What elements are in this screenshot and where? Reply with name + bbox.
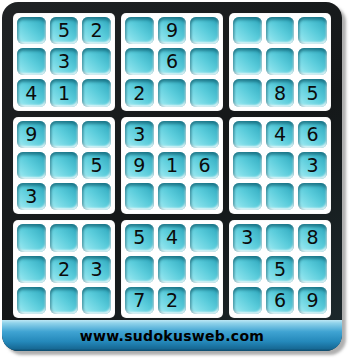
cell-r2c2[interactable]: 3 <box>50 48 79 75</box>
cell-r1c7[interactable] <box>233 17 262 44</box>
cell-r7c4[interactable]: 5 <box>125 224 154 251</box>
cell-r7c2[interactable] <box>50 224 79 251</box>
cell-r9c5[interactable]: 2 <box>158 287 187 314</box>
block-r0c0: 52341 <box>13 13 115 111</box>
cell-r2c6[interactable] <box>190 48 219 75</box>
cell-r4c1[interactable]: 9 <box>17 121 46 148</box>
cell-r6c1[interactable]: 3 <box>17 183 46 210</box>
cell-r1c9[interactable] <box>298 17 327 44</box>
cell-r8c4[interactable] <box>125 256 154 283</box>
cell-r7c8[interactable] <box>266 224 295 251</box>
cell-r2c5[interactable]: 6 <box>158 48 187 75</box>
cell-r8c3[interactable]: 3 <box>82 256 111 283</box>
cell-r4c7[interactable] <box>233 121 262 148</box>
cell-r4c3[interactable] <box>82 121 111 148</box>
cell-r3c2[interactable]: 1 <box>50 79 79 106</box>
cell-r7c1[interactable] <box>17 224 46 251</box>
cell-r3c3[interactable] <box>82 79 111 106</box>
cell-r1c8[interactable] <box>266 17 295 44</box>
cell-r2c9[interactable] <box>298 48 327 75</box>
cell-r5c9[interactable]: 3 <box>298 152 327 179</box>
cell-r9c2[interactable] <box>50 287 79 314</box>
cell-r8c2[interactable]: 2 <box>50 256 79 283</box>
cell-r5c2[interactable] <box>50 152 79 179</box>
cell-r4c2[interactable] <box>50 121 79 148</box>
cell-r3c4[interactable]: 2 <box>125 79 154 106</box>
cell-r7c7[interactable]: 3 <box>233 224 262 251</box>
cell-r1c6[interactable] <box>190 17 219 44</box>
cell-r3c8[interactable]: 8 <box>266 79 295 106</box>
block-r1c0: 953 <box>13 117 115 215</box>
cell-r9c1[interactable] <box>17 287 46 314</box>
cell-r9c4[interactable]: 7 <box>125 287 154 314</box>
cell-r3c1[interactable]: 4 <box>17 79 46 106</box>
cell-r5c1[interactable] <box>17 152 46 179</box>
cell-r7c9[interactable]: 8 <box>298 224 327 251</box>
cell-r6c5[interactable] <box>158 183 187 210</box>
cell-r9c9[interactable]: 9 <box>298 287 327 314</box>
board-frame: 5234196285953391646323547238569 www.sudo… <box>2 2 342 351</box>
footer-band: www.sudokusweb.com <box>2 320 342 351</box>
cell-r2c3[interactable] <box>82 48 111 75</box>
cell-r8c5[interactable] <box>158 256 187 283</box>
cell-r4c9[interactable]: 6 <box>298 121 327 148</box>
cell-r6c4[interactable] <box>125 183 154 210</box>
cell-r5c5[interactable]: 1 <box>158 152 187 179</box>
cell-r7c6[interactable] <box>190 224 219 251</box>
cell-r5c8[interactable] <box>266 152 295 179</box>
cell-r5c6[interactable]: 6 <box>190 152 219 179</box>
cell-r8c1[interactable] <box>17 256 46 283</box>
site-url-link[interactable]: www.sudokusweb.com <box>80 328 264 344</box>
block-r2c1: 5472 <box>121 220 223 318</box>
cell-r6c9[interactable] <box>298 183 327 210</box>
cell-r3c5[interactable] <box>158 79 187 106</box>
cell-r4c6[interactable] <box>190 121 219 148</box>
cell-r1c1[interactable] <box>17 17 46 44</box>
cell-r8c6[interactable] <box>190 256 219 283</box>
cell-r9c8[interactable]: 6 <box>266 287 295 314</box>
cell-r3c9[interactable]: 5 <box>298 79 327 106</box>
cell-r8c9[interactable] <box>298 256 327 283</box>
sudoku-app: 5234196285953391646323547238569 www.sudo… <box>0 0 350 360</box>
cell-r6c8[interactable] <box>266 183 295 210</box>
cell-r5c3[interactable]: 5 <box>82 152 111 179</box>
cell-r2c1[interactable] <box>17 48 46 75</box>
block-r0c2: 85 <box>229 13 331 111</box>
cell-r6c6[interactable] <box>190 183 219 210</box>
cell-r6c2[interactable] <box>50 183 79 210</box>
cell-r6c7[interactable] <box>233 183 262 210</box>
cell-r3c6[interactable] <box>190 79 219 106</box>
block-r1c1: 3916 <box>121 117 223 215</box>
cell-r1c5[interactable]: 9 <box>158 17 187 44</box>
block-r2c0: 23 <box>13 220 115 318</box>
cell-r8c8[interactable]: 5 <box>266 256 295 283</box>
cell-r2c4[interactable] <box>125 48 154 75</box>
cell-r5c4[interactable]: 9 <box>125 152 154 179</box>
cell-r9c7[interactable] <box>233 287 262 314</box>
block-r2c2: 38569 <box>229 220 331 318</box>
cell-r8c7[interactable] <box>233 256 262 283</box>
cell-r4c5[interactable] <box>158 121 187 148</box>
cell-r1c4[interactable] <box>125 17 154 44</box>
cell-r2c7[interactable] <box>233 48 262 75</box>
cell-r1c2[interactable]: 5 <box>50 17 79 44</box>
cell-r4c8[interactable]: 4 <box>266 121 295 148</box>
cell-r5c7[interactable] <box>233 152 262 179</box>
block-r1c2: 463 <box>229 117 331 215</box>
cell-r4c4[interactable]: 3 <box>125 121 154 148</box>
cell-r9c6[interactable] <box>190 287 219 314</box>
cell-r7c5[interactable]: 4 <box>158 224 187 251</box>
cell-r2c8[interactable] <box>266 48 295 75</box>
cell-r6c3[interactable] <box>82 183 111 210</box>
block-r0c1: 962 <box>121 13 223 111</box>
cell-r3c7[interactable] <box>233 79 262 106</box>
cell-r7c3[interactable] <box>82 224 111 251</box>
cell-r9c3[interactable] <box>82 287 111 314</box>
sudoku-board: 5234196285953391646323547238569 <box>2 2 342 320</box>
cell-r1c3[interactable]: 2 <box>82 17 111 44</box>
